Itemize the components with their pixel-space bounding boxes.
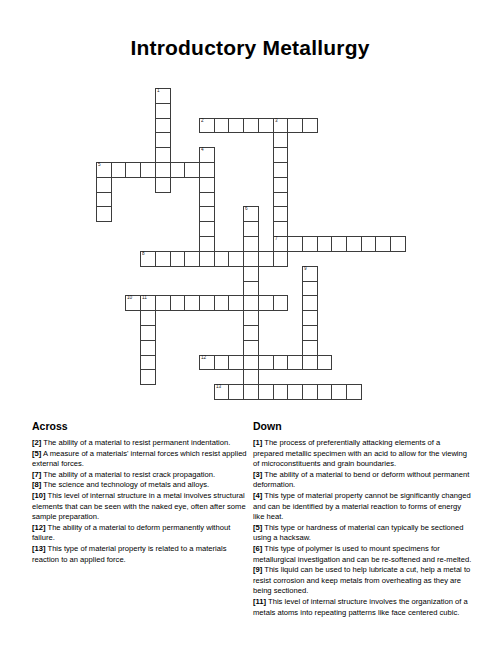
grid-cell-r8-c7[interactable] (199, 206, 215, 222)
clue-text: This level of internal structure involve… (253, 597, 468, 617)
grid-cell-r2-c7[interactable]: 2 (199, 118, 215, 134)
grid-cell-r12-c14[interactable]: 9 (302, 266, 318, 282)
grid-cell-r20-c14[interactable] (302, 384, 318, 400)
clue-item: [4] This type of material property canno… (253, 491, 472, 523)
grid-cell-r5-c2[interactable] (125, 162, 141, 178)
clue-text: The ability of a material to deform perm… (32, 523, 230, 543)
cell-number: 10 (127, 296, 132, 301)
clue-text: This level of internal structure in a me… (32, 491, 246, 521)
grid-cell-r10-c12[interactable]: 7 (273, 236, 289, 252)
grid-cell-r19-c3[interactable] (140, 369, 156, 385)
grid-cell-r17-c3[interactable] (140, 340, 156, 356)
grid-cell-r5-c4[interactable] (155, 162, 171, 178)
grid-cell-r4-c4[interactable] (155, 147, 171, 163)
grid-cell-r15-c14[interactable] (302, 310, 318, 326)
grid-cell-r11-c3[interactable]: 8 (140, 251, 156, 267)
grid-cell-r0-c4[interactable]: 1 (155, 88, 171, 104)
grid-cell-r18-c7[interactable]: 12 (199, 355, 215, 371)
grid-cell-r20-c16[interactable] (331, 384, 347, 400)
grid-cell-r14-c6[interactable] (184, 295, 200, 311)
cell-number: 1 (157, 89, 160, 94)
clue-number-label: [7] (32, 470, 41, 479)
clue-item: [6] This type of polymer is used to moun… (253, 544, 472, 565)
grid-cell-r11-c8[interactable] (214, 251, 230, 267)
grid-cell-r18-c10[interactable] (243, 355, 259, 371)
grid-cell-r3-c4[interactable] (155, 132, 171, 148)
clue-number-label: [8] (32, 480, 41, 489)
grid-cell-r2-c9[interactable] (228, 118, 244, 134)
grid-cell-r15-c3[interactable] (140, 310, 156, 326)
grid-cell-r7-c0[interactable] (96, 192, 112, 208)
cell-number: 2 (201, 119, 204, 124)
cell-number: 6 (245, 207, 248, 212)
clue-item: [1] The process of preferentially attack… (253, 438, 472, 470)
cell-number: 9 (304, 267, 307, 272)
grid-cell-r20-c17[interactable] (346, 384, 362, 400)
grid-cell-r3-c12[interactable] (273, 132, 289, 148)
across-clue-list: [2] The ability of a material to resist … (32, 438, 250, 565)
grid-cell-r4-c7[interactable]: 4 (199, 147, 215, 163)
grid-cell-r16-c3[interactable] (140, 325, 156, 341)
grid-cell-r5-c12[interactable] (273, 162, 289, 178)
grid-cell-r9-c10[interactable] (243, 221, 259, 237)
grid-cell-r15-c10[interactable] (243, 310, 259, 326)
clue-number-label: [13] (32, 544, 46, 553)
grid-cell-r14-c11[interactable] (258, 295, 274, 311)
grid-cell-r6-c4[interactable] (155, 177, 171, 193)
grid-cell-r14-c10[interactable] (243, 295, 259, 311)
grid-cell-r6-c7[interactable] (199, 177, 215, 193)
grid-cell-r11-c9[interactable] (228, 251, 244, 267)
grid-cell-r20-c13[interactable] (287, 384, 303, 400)
clue-text: This type of polymer is used to mount sp… (253, 544, 471, 564)
grid-cell-r6-c0[interactable] (96, 177, 112, 193)
cell-number: 8 (142, 252, 145, 257)
clue-text: The ability of a material to resist crac… (41, 470, 215, 479)
grid-cell-r8-c10[interactable]: 6 (243, 206, 259, 222)
clue-item: [11] This level of internal structure in… (253, 597, 472, 618)
clue-number-label: [5] (253, 523, 262, 532)
across-header: Across (32, 420, 250, 432)
grid-cell-r14-c3[interactable]: 11 (140, 295, 156, 311)
grid-cell-r10-c13[interactable] (287, 236, 303, 252)
clue-number-label: [9] (253, 565, 262, 574)
down-clue-list: [1] The process of preferentially attack… (253, 438, 472, 618)
clue-number-label: [12] (32, 523, 46, 532)
grid-cell-r2-c14[interactable] (302, 118, 318, 134)
grid-cell-r11-c5[interactable] (170, 251, 186, 267)
cell-number: 12 (201, 356, 206, 361)
grid-cell-r13-c14[interactable] (302, 281, 318, 297)
grid-cell-r14-c4[interactable] (155, 295, 171, 311)
grid-cell-r13-c10[interactable] (243, 281, 259, 297)
grid-cell-r18-c8[interactable] (214, 355, 230, 371)
grid-cell-r5-c6[interactable] (184, 162, 200, 178)
clue-text: This liquid can be used to help lubricat… (253, 565, 470, 595)
clue-text: A measure of a materials' internal force… (32, 449, 247, 469)
grid-cell-r5-c0[interactable]: 5 (96, 162, 112, 178)
grid-cell-r2-c10[interactable] (243, 118, 259, 134)
cell-number: 13 (216, 385, 221, 390)
clue-item: [13] This type of material property is r… (32, 544, 250, 565)
clue-item: [8] The science and technology of metals… (32, 480, 250, 491)
clue-text: This type of material property is relate… (32, 544, 226, 564)
grid-cell-r20-c11[interactable] (258, 384, 274, 400)
down-clues-section: Down [1] The process of preferentially a… (253, 420, 472, 618)
grid-cell-r18-c15[interactable] (317, 355, 333, 371)
clue-item: [9] This liquid can be used to help lubr… (253, 565, 472, 597)
clue-text: The process of preferentially attacking … (253, 438, 467, 468)
grid-cell-r10-c15[interactable] (317, 236, 333, 252)
grid-cell-r2-c11[interactable] (258, 118, 274, 134)
grid-cell-r9-c7[interactable] (199, 221, 215, 237)
grid-cell-r20-c8[interactable]: 13 (214, 384, 230, 400)
cell-number: 3 (275, 119, 278, 124)
grid-cell-r20-c9[interactable] (228, 384, 244, 400)
grid-cell-r19-c10[interactable] (243, 369, 259, 385)
clue-number-label: [4] (253, 491, 262, 500)
grid-cell-r10-c17[interactable] (346, 236, 362, 252)
grid-cell-r10-c10[interactable] (243, 236, 259, 252)
clue-item: [12] The ability of a material to deform… (32, 523, 250, 544)
grid-cell-r14-c8[interactable] (214, 295, 230, 311)
grid-cell-r14-c7[interactable] (199, 295, 215, 311)
grid-cell-r7-c7[interactable] (199, 192, 215, 208)
grid-cell-r17-c14[interactable] (302, 340, 318, 356)
clue-number-label: [2] (32, 438, 41, 447)
clue-number-label: [5] (32, 449, 41, 458)
clue-text: This type of material property cannot be… (253, 491, 471, 521)
grid-cell-r10-c7[interactable] (199, 236, 215, 252)
grid-cell-r11-c11[interactable] (258, 251, 274, 267)
cell-number: 5 (98, 163, 101, 168)
grid-cell-r9-c12[interactable] (273, 221, 289, 237)
grid-cell-r5-c5[interactable] (170, 162, 186, 178)
grid-cell-r8-c0[interactable] (96, 206, 112, 222)
grid-cell-r16-c10[interactable] (243, 325, 259, 341)
grid-cell-r14-c5[interactable] (170, 295, 186, 311)
grid-cell-r5-c7[interactable] (199, 162, 215, 178)
clue-number-label: [3] (253, 470, 262, 479)
clue-text: This type or hardness of material can ty… (253, 523, 463, 543)
grid-cell-r2-c8[interactable] (214, 118, 230, 134)
clue-text: The ability of a material to resist perm… (41, 438, 230, 447)
down-header: Down (253, 420, 472, 432)
grid-cell-r2-c4[interactable] (155, 118, 171, 134)
grid-cell-r10-c14[interactable] (302, 236, 318, 252)
grid-cell-r16-c14[interactable] (302, 325, 318, 341)
across-clues-section: Across [2] The ability of a material to … (32, 420, 250, 565)
clue-item: [3] The ability of a material to bend or… (253, 470, 472, 491)
clue-item: [10] This level of internal structure in… (32, 491, 250, 523)
grid-cell-r20-c15[interactable] (317, 384, 333, 400)
grid-cell-r11-c7[interactable] (199, 251, 215, 267)
grid-cell-r18-c14[interactable] (302, 355, 318, 371)
puzzle-title: Introductory Metallurgy (0, 36, 500, 60)
grid-cell-r10-c18[interactable] (361, 236, 377, 252)
grid-cell-r2-c13[interactable] (287, 118, 303, 134)
grid-cell-r18-c11[interactable] (258, 355, 274, 371)
crossword-page: Introductory Metallurgy 1234567891011121… (0, 0, 500, 647)
clue-number-label: [10] (32, 491, 46, 500)
grid-cell-r18-c13[interactable] (287, 355, 303, 371)
grid-cell-r11-c4[interactable] (155, 251, 171, 267)
clue-text: The ability of a material to bend or def… (253, 470, 469, 490)
grid-cell-r14-c2[interactable]: 10 (125, 295, 141, 311)
grid-cell-r14-c14[interactable] (302, 295, 318, 311)
grid-cell-r11-c6[interactable] (184, 251, 200, 267)
clue-text: The science and technology of metals and… (41, 480, 209, 489)
grid-cell-r18-c9[interactable] (228, 355, 244, 371)
grid-cell-r5-c1[interactable] (111, 162, 127, 178)
crossword-grid: 12345678910111213 (96, 88, 406, 400)
grid-cell-r11-c10[interactable] (243, 251, 259, 267)
grid-cell-r18-c3[interactable] (140, 355, 156, 371)
grid-cell-r17-c10[interactable] (243, 340, 259, 356)
grid-cell-r12-c10[interactable] (243, 266, 259, 282)
cell-number: 7 (275, 237, 278, 242)
grid-cell-r6-c12[interactable] (273, 177, 289, 193)
grid-cell-r7-c12[interactable] (273, 192, 289, 208)
clue-item: [5] This type or hardness of material ca… (253, 523, 472, 544)
grid-cell-r4-c12[interactable] (273, 147, 289, 163)
grid-cell-r14-c12[interactable] (273, 295, 289, 311)
grid-cell-r10-c20[interactable] (390, 236, 406, 252)
clue-item: [7] The ability of a material to resist … (32, 470, 250, 481)
grid-cell-r11-c12[interactable] (273, 251, 289, 267)
cell-number: 11 (142, 296, 147, 301)
clue-number-label: [1] (253, 438, 262, 447)
clue-item: [5] A measure of a materials' internal f… (32, 449, 250, 470)
grid-cell-r5-c3[interactable] (140, 162, 156, 178)
clue-item: [2] The ability of a material to resist … (32, 438, 250, 449)
grid-cell-r8-c12[interactable] (273, 206, 289, 222)
cell-number: 4 (201, 148, 204, 153)
grid-cell-r1-c4[interactable] (155, 103, 171, 119)
grid-cell-r18-c12[interactable] (273, 355, 289, 371)
grid-cell-r20-c12[interactable] (273, 384, 289, 400)
grid-cell-r2-c12[interactable]: 3 (273, 118, 289, 134)
grid-cell-r10-c19[interactable] (375, 236, 391, 252)
clue-number-label: [6] (253, 544, 262, 553)
grid-cell-r20-c10[interactable] (243, 384, 259, 400)
grid-cell-r10-c16[interactable] (331, 236, 347, 252)
clue-number-label: [11] (253, 597, 266, 606)
grid-cell-r14-c9[interactable] (228, 295, 244, 311)
